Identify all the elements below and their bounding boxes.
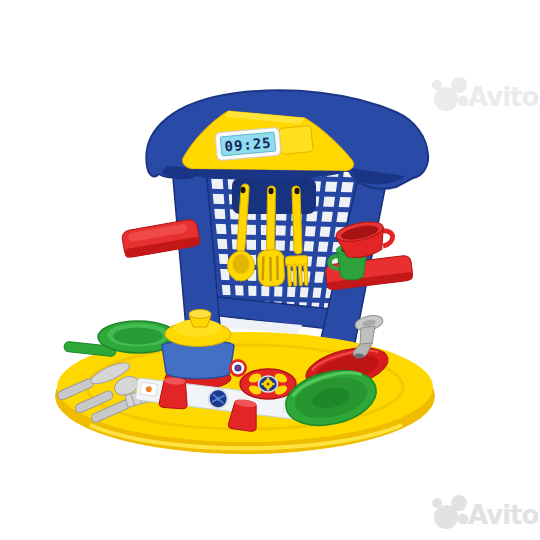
pan-bottom <box>113 328 163 345</box>
fork-tine <box>293 264 297 286</box>
turner-handle <box>266 186 275 252</box>
wheel-gear-tooth <box>272 383 275 385</box>
wheel-gear-tooth <box>267 388 269 391</box>
product-photo: 09:25 <box>0 0 540 540</box>
avito-logo-circle <box>458 514 469 525</box>
burner-wheel <box>240 369 296 399</box>
target-dot <box>237 367 240 370</box>
turner-head-group <box>257 249 285 286</box>
target-decal <box>229 359 247 377</box>
fork-handle <box>292 186 302 254</box>
avito-logo-circle <box>434 505 458 529</box>
ladle-hang-hole <box>241 187 246 193</box>
wheel-gear-center <box>267 383 270 386</box>
fork-tine <box>304 263 308 285</box>
digital-clock: 09:25 <box>215 127 281 160</box>
avito-watermark-text: Avito <box>468 82 538 112</box>
wheel-gear-tooth <box>262 383 265 385</box>
avito-logo-circle <box>434 87 458 111</box>
pot-lid-knob-top <box>189 310 211 319</box>
wheel-gear-tooth <box>267 378 269 381</box>
faucet-opening <box>354 354 364 359</box>
fork-tine <box>287 264 291 286</box>
turner-slot <box>276 256 278 280</box>
fork-hang-hole <box>295 188 300 194</box>
fork-tine <box>298 264 302 286</box>
avito-logo-circle <box>458 96 469 107</box>
ladle-bowl-inner <box>233 254 250 274</box>
turner-slot <box>269 257 271 281</box>
turner-hang-hole <box>269 188 274 194</box>
avito-watermark-text: Avito <box>468 500 538 530</box>
stove-knob-left <box>159 377 189 409</box>
watermark-bottom-right: Avito <box>432 495 538 530</box>
watermark-top-right: Avito <box>432 77 538 112</box>
faucet-body <box>360 326 375 345</box>
toy-kitchen-illustration: 09:25 <box>0 0 540 540</box>
canopy-step <box>279 125 314 154</box>
